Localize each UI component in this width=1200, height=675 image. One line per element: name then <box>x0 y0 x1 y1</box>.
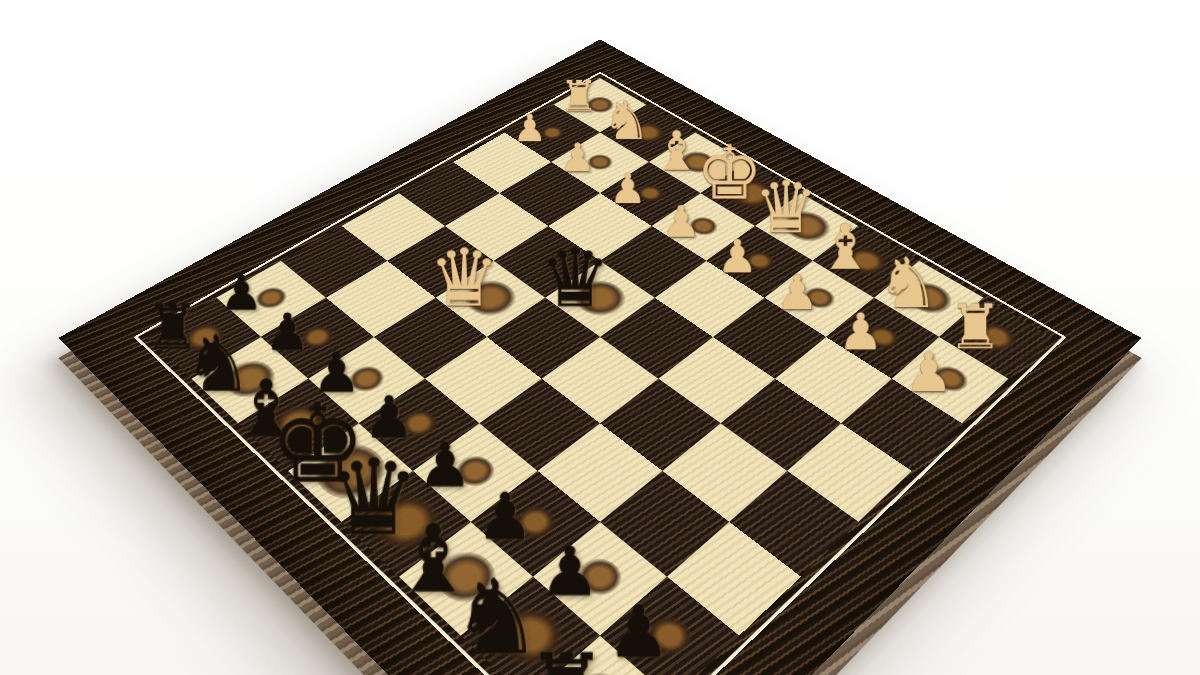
white-pawn-piece: ♟ <box>662 201 701 241</box>
white-bishop-piece: ♝ <box>652 126 701 176</box>
product-photo-stage: ♜♞♝♚♛♝♞♜♟♟♟♟♟♟♟♟♛♛♟♟♟♟♟♟♟♟♜♞♝♚♛♝♞♜ <box>0 0 1200 675</box>
white-knight-piece: ♞ <box>877 250 940 314</box>
black-pawn-piece: ♟ <box>265 308 310 355</box>
board-border: ♜♞♝♚♛♝♞♜♟♟♟♟♟♟♟♟♛♛♟♟♟♟♟♟♟♟♜♞♝♚♛♝♞♜ <box>58 39 1141 675</box>
black-queen-piece: ♛ <box>539 241 610 314</box>
black-pawn-piece: ♟ <box>607 597 671 663</box>
white-rook-piece: ♜ <box>560 77 599 117</box>
white-bishop-piece: ♝ <box>817 219 873 277</box>
white-pawn-piece: ♟ <box>838 308 883 355</box>
chess-board: ♜♞♝♚♛♝♞♜♟♟♟♟♟♟♟♟♛♛♟♟♟♟♟♟♟♟♜♞♝♚♛♝♞♜ <box>58 39 1141 675</box>
black-pawn-piece: ♟ <box>220 270 263 314</box>
scene: ♜♞♝♚♛♝♞♜♟♟♟♟♟♟♟♟♛♛♟♟♟♟♟♟♟♟♜♞♝♚♛♝♞♜ <box>0 0 1200 675</box>
white-pawn-piece: ♟ <box>513 111 547 145</box>
white-queen-piece: ♛ <box>428 241 499 314</box>
white-queen-piece: ♛ <box>753 175 818 241</box>
white-pawn-piece: ♟ <box>904 348 953 398</box>
white-pawn-piece: ♟ <box>776 270 819 314</box>
black-pawn-piece: ♟ <box>476 487 533 546</box>
white-pawn-piece: ♟ <box>717 235 758 277</box>
black-pawn-piece: ♟ <box>418 437 472 493</box>
square-d5 <box>542 336 659 422</box>
black-pawn-piece: ♟ <box>539 540 599 602</box>
white-pawn-piece: ♟ <box>560 139 595 175</box>
white-knight-piece: ♞ <box>602 96 650 145</box>
white-pawn-piece: ♟ <box>609 169 646 207</box>
white-rook-piece: ♜ <box>948 298 1003 355</box>
black-rook-piece: ♜ <box>525 644 608 675</box>
